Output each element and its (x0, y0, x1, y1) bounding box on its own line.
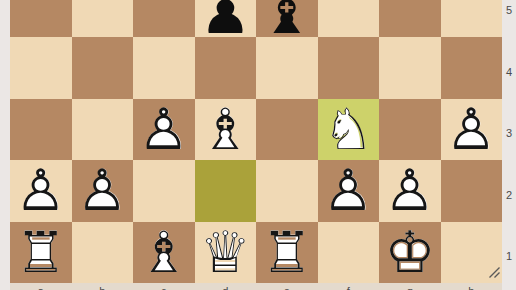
rank-label-1: 1 (502, 250, 516, 262)
white-pawn-outline-glyph: ♙ (379, 160, 441, 222)
file-label-c: c (157, 285, 171, 290)
square-d5[interactable]: ♟ (195, 0, 257, 37)
white-pawn-fill-glyph: ♟ (133, 99, 195, 161)
square-g3[interactable] (379, 99, 441, 161)
file-label-g: g (403, 285, 417, 290)
square-c1[interactable]: ♝♗ (133, 222, 195, 284)
square-e2[interactable] (256, 160, 318, 222)
white-pawn-fill-glyph: ♟ (72, 160, 134, 222)
white-knight-outline-glyph: ♘ (318, 99, 380, 161)
square-f3[interactable]: ♞♘ (318, 99, 380, 161)
square-c3[interactable]: ♟♙ (133, 99, 195, 161)
chess-board[interactable]: ♟♝♟♙♝♗♞♘♟♙♟♙♟♙♟♙♟♙♜♖♝♗♛♕♜♖♚♔ (10, 0, 502, 283)
file-label-e: e (280, 285, 294, 290)
square-d4[interactable] (195, 37, 257, 99)
piece-white-pawn[interactable]: ♟♙ (133, 99, 195, 161)
square-f4[interactable] (318, 37, 380, 99)
piece-white-king[interactable]: ♚♔ (379, 222, 441, 284)
rank-label-5: 5 (502, 4, 516, 16)
white-pawn-outline-glyph: ♙ (441, 99, 503, 161)
white-king-fill-glyph: ♚ (379, 222, 441, 284)
square-h4[interactable] (441, 37, 503, 99)
white-pawn-fill-glyph: ♟ (379, 160, 441, 222)
white-pawn-outline-glyph: ♙ (10, 160, 72, 222)
square-c4[interactable] (133, 37, 195, 99)
file-coordinates-gutter (10, 283, 502, 290)
file-label-d: d (218, 285, 232, 290)
white-rook-fill-glyph: ♜ (256, 222, 318, 284)
piece-white-queen[interactable]: ♛♕ (195, 222, 257, 284)
square-b3[interactable] (72, 99, 134, 161)
white-pawn-fill-glyph: ♟ (318, 160, 380, 222)
square-f1[interactable] (318, 222, 380, 284)
square-a2[interactable]: ♟♙ (10, 160, 72, 222)
square-f5[interactable] (318, 0, 380, 37)
square-a3[interactable] (10, 99, 72, 161)
white-pawn-fill-glyph: ♟ (441, 99, 503, 161)
file-label-a: a (34, 285, 48, 290)
piece-white-knight[interactable]: ♞♘ (318, 99, 380, 161)
piece-white-pawn[interactable]: ♟♙ (72, 160, 134, 222)
square-e3[interactable] (256, 99, 318, 161)
white-bishop-outline-glyph: ♗ (195, 99, 257, 161)
white-rook-outline-glyph: ♖ (256, 222, 318, 284)
white-bishop-fill-glyph: ♝ (133, 222, 195, 284)
rank-label-4: 4 (502, 66, 516, 78)
white-rook-outline-glyph: ♖ (10, 222, 72, 284)
white-queen-fill-glyph: ♛ (195, 222, 257, 284)
square-a4[interactable] (10, 37, 72, 99)
square-h2[interactable] (441, 160, 503, 222)
rank-label-3: 3 (502, 127, 516, 139)
white-bishop-outline-glyph: ♗ (133, 222, 195, 284)
square-a1[interactable]: ♜♖ (10, 222, 72, 284)
square-g4[interactable] (379, 37, 441, 99)
file-label-b: b (95, 285, 109, 290)
white-queen-outline-glyph: ♕ (195, 222, 257, 284)
square-c2[interactable] (133, 160, 195, 222)
white-pawn-outline-glyph: ♙ (72, 160, 134, 222)
file-label-f: f (341, 285, 355, 290)
piece-white-bishop[interactable]: ♝♗ (195, 99, 257, 161)
white-rook-fill-glyph: ♜ (10, 222, 72, 284)
square-h3[interactable]: ♟♙ (441, 99, 503, 161)
white-knight-fill-glyph: ♞ (318, 99, 380, 161)
square-f2[interactable]: ♟♙ (318, 160, 380, 222)
square-e5[interactable]: ♝ (256, 0, 318, 37)
square-b2[interactable]: ♟♙ (72, 160, 134, 222)
piece-white-bishop[interactable]: ♝♗ (133, 222, 195, 284)
square-g1[interactable]: ♚♔ (379, 222, 441, 284)
piece-white-rook[interactable]: ♜♖ (256, 222, 318, 284)
square-d1[interactable]: ♛♕ (195, 222, 257, 284)
white-pawn-outline-glyph: ♙ (318, 160, 380, 222)
piece-white-pawn[interactable]: ♟♙ (318, 160, 380, 222)
white-king-outline-glyph: ♔ (379, 222, 441, 284)
square-d3[interactable]: ♝♗ (195, 99, 257, 161)
white-pawn-outline-glyph: ♙ (133, 99, 195, 161)
square-g2[interactable]: ♟♙ (379, 160, 441, 222)
square-b5[interactable] (72, 0, 134, 37)
rank-label-2: 2 (502, 189, 516, 201)
square-g5[interactable] (379, 0, 441, 37)
white-bishop-fill-glyph: ♝ (195, 99, 257, 161)
square-h5[interactable] (441, 0, 503, 37)
piece-white-pawn[interactable]: ♟♙ (441, 99, 503, 161)
board-resize-icon[interactable] (488, 266, 501, 279)
piece-white-pawn[interactable]: ♟♙ (379, 160, 441, 222)
piece-white-rook[interactable]: ♜♖ (10, 222, 72, 284)
square-a5[interactable] (10, 0, 72, 37)
chess-board-page: ♟♝♟♙♝♗♞♘♟♙♟♙♟♙♟♙♟♙♜♖♝♗♛♕♜♖♚♔ 54321abcdef… (0, 0, 516, 290)
white-pawn-fill-glyph: ♟ (10, 160, 72, 222)
piece-white-pawn[interactable]: ♟♙ (10, 160, 72, 222)
square-e4[interactable] (256, 37, 318, 99)
square-b4[interactable] (72, 37, 134, 99)
square-e1[interactable]: ♜♖ (256, 222, 318, 284)
square-d2[interactable] (195, 160, 257, 222)
square-b1[interactable] (72, 222, 134, 284)
square-c5[interactable] (133, 0, 195, 37)
file-label-h: h (464, 285, 478, 290)
